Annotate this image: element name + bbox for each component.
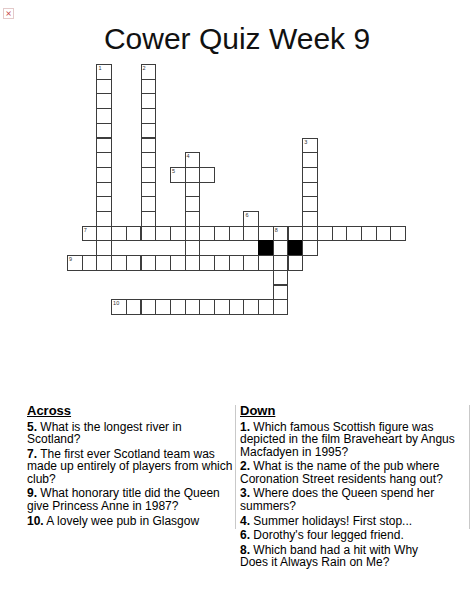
- grid-cell[interactable]: [82, 255, 98, 271]
- grid-cell[interactable]: [332, 226, 348, 242]
- crossword-page: ⨯ Cower Quiz Week 9 12345678910 Across 5…: [0, 0, 474, 613]
- grid-cell[interactable]: [214, 255, 230, 271]
- down-clue-list: 1. Which famous Scottish figure wasdepic…: [240, 421, 472, 569]
- clue-number: 4: [187, 153, 190, 159]
- grid-cell[interactable]: [185, 299, 201, 315]
- down-clue-8: 8. Which band had a hit with WhyDoes it …: [240, 544, 472, 569]
- grid-cell[interactable]: 2: [141, 64, 157, 80]
- clue-number: 1: [98, 65, 101, 71]
- grid-cell[interactable]: [199, 299, 215, 315]
- grid-cell[interactable]: [229, 255, 245, 271]
- down-clue-2: 2. What is the name of the pub whereCoro…: [240, 460, 472, 485]
- grid-cell[interactable]: [199, 255, 215, 271]
- grid-cell[interactable]: [96, 226, 112, 242]
- down-clue-1: 1. Which famous Scottish figure wasdepic…: [240, 421, 472, 458]
- grid-cell[interactable]: [243, 255, 259, 271]
- grid-cell[interactable]: [96, 123, 112, 139]
- grid-cell[interactable]: [96, 182, 112, 198]
- down-clue-4: 4. Summer holidays! First stop...: [240, 515, 472, 527]
- grid-cell[interactable]: 8: [273, 226, 289, 242]
- crossword-grid: 12345678910: [67, 64, 407, 315]
- clue-number: 7: [84, 227, 87, 233]
- across-clue-7: 7. The first ever Scotland team wasmade …: [27, 448, 237, 485]
- grid-cell[interactable]: [170, 299, 186, 315]
- grid-cell[interactable]: [302, 211, 318, 227]
- grid-cell[interactable]: [185, 196, 201, 212]
- across-clue-5: 5. What is the longest river inScotland?: [27, 421, 237, 446]
- grid-cell[interactable]: [185, 240, 201, 256]
- across-heading: Across: [27, 404, 237, 418]
- down-clue-6: 6. Dorothy's four legged friend.: [240, 529, 472, 541]
- grid-cell[interactable]: [185, 182, 201, 198]
- grid-cell[interactable]: [243, 226, 259, 242]
- puzzle-title: Cower Quiz Week 9: [0, 22, 474, 56]
- clue-number: 6: [245, 212, 248, 218]
- grid-cell[interactable]: [141, 255, 157, 271]
- grid-cell[interactable]: 9: [67, 255, 83, 271]
- grid-cell[interactable]: [214, 226, 230, 242]
- across-clues-section: Across 5. What is the longest river inSc…: [27, 404, 237, 529]
- grid-cell[interactable]: [185, 167, 201, 183]
- grid-cell[interactable]: [155, 299, 171, 315]
- grid-cell[interactable]: [111, 255, 127, 271]
- grid-cell[interactable]: [199, 167, 215, 183]
- down-clues-section: Down 1. Which famous Scottish figure was…: [240, 404, 472, 571]
- grid-cell[interactable]: [302, 196, 318, 212]
- grid-cell[interactable]: [273, 299, 289, 315]
- grid-cell[interactable]: [243, 299, 259, 315]
- grid-cell[interactable]: [96, 196, 112, 212]
- grid-cell[interactable]: [185, 255, 201, 271]
- grid-cell[interactable]: [185, 226, 201, 242]
- grid-cell[interactable]: [302, 240, 318, 256]
- grid-cell[interactable]: [258, 255, 274, 271]
- grid-cell[interactable]: [229, 299, 245, 315]
- grid-cell[interactable]: [126, 226, 142, 242]
- grid-cell[interactable]: [214, 299, 230, 315]
- grid-cell[interactable]: [96, 211, 112, 227]
- across-clue-10: 10. A lovely wee pub in Glasgow: [27, 515, 237, 527]
- grid-cell[interactable]: 5: [170, 167, 186, 183]
- grid-cell[interactable]: [141, 211, 157, 227]
- grid-cell[interactable]: [96, 255, 112, 271]
- grid-cell[interactable]: [141, 79, 157, 95]
- clue-number: 8: [275, 227, 278, 233]
- grid-cell[interactable]: 3: [302, 138, 318, 154]
- grid-cell[interactable]: [229, 226, 245, 242]
- grid-cell[interactable]: [302, 226, 318, 242]
- grid-cell[interactable]: [170, 226, 186, 242]
- grid-cell[interactable]: [96, 152, 112, 168]
- clues-column-divider: [235, 405, 236, 529]
- grid-cell[interactable]: [96, 138, 112, 154]
- black-cell: [288, 240, 304, 256]
- clue-number: 2: [143, 65, 146, 71]
- grid-cell[interactable]: [141, 167, 157, 183]
- grid-cell[interactable]: [288, 255, 304, 271]
- grid-cell[interactable]: [111, 226, 127, 242]
- broken-image-icon: ⨯: [3, 8, 14, 19]
- grid-cell[interactable]: 7: [82, 226, 98, 242]
- grid-cell[interactable]: [155, 226, 171, 242]
- grid-cell[interactable]: [96, 79, 112, 95]
- grid-cell[interactable]: [96, 167, 112, 183]
- grid-cell[interactable]: [141, 152, 157, 168]
- down-clue-3: 3. Where does the Queen spend hersummers…: [240, 487, 472, 512]
- grid-cell[interactable]: [141, 299, 157, 315]
- across-clue-9: 9. What honorary title did the Queengive…: [27, 487, 237, 512]
- grid-cell[interactable]: [376, 226, 392, 242]
- grid-cell[interactable]: [126, 299, 142, 315]
- grid-cell[interactable]: [96, 240, 112, 256]
- black-cell: [258, 240, 274, 256]
- clue-number: 5: [172, 168, 175, 174]
- grid-cell[interactable]: [96, 108, 112, 124]
- grid-cell[interactable]: [126, 255, 142, 271]
- grid-cell[interactable]: [141, 108, 157, 124]
- grid-cell[interactable]: [170, 255, 186, 271]
- grid-cell[interactable]: [288, 226, 304, 242]
- grid-cell[interactable]: [185, 211, 201, 227]
- grid-cell[interactable]: [96, 93, 112, 109]
- grid-cell[interactable]: 4: [185, 152, 201, 168]
- grid-cell[interactable]: [273, 270, 289, 286]
- grid-cell[interactable]: [273, 255, 289, 271]
- grid-cell[interactable]: [273, 240, 289, 256]
- grid-cell[interactable]: [258, 226, 274, 242]
- clue-number: 3: [304, 139, 307, 145]
- clue-number: 10: [113, 300, 119, 306]
- grid-cell[interactable]: [141, 226, 157, 242]
- grid-cell[interactable]: [141, 123, 157, 139]
- grid-cell[interactable]: 6: [243, 211, 259, 227]
- across-clue-list: 5. What is the longest river inScotland?…: [27, 421, 237, 527]
- grid-cell[interactable]: [390, 226, 406, 242]
- grid-cell[interactable]: [199, 226, 215, 242]
- grid-cell[interactable]: [317, 226, 333, 242]
- grid-cell[interactable]: [302, 182, 318, 198]
- grid-cell[interactable]: [155, 255, 171, 271]
- grid-cell[interactable]: [361, 226, 377, 242]
- grid-cell[interactable]: 10: [111, 299, 127, 315]
- grid-cell[interactable]: 1: [96, 64, 112, 80]
- grid-cell[interactable]: [141, 196, 157, 212]
- grid-cell[interactable]: [141, 138, 157, 154]
- grid-cell[interactable]: [273, 285, 289, 301]
- clue-number: 9: [69, 256, 72, 262]
- grid-cell[interactable]: [302, 167, 318, 183]
- down-heading: Down: [240, 404, 472, 418]
- grid-cell[interactable]: [346, 226, 362, 242]
- grid-cell[interactable]: [258, 299, 274, 315]
- grid-cell[interactable]: [302, 152, 318, 168]
- grid-cell[interactable]: [141, 182, 157, 198]
- grid-cell[interactable]: [141, 93, 157, 109]
